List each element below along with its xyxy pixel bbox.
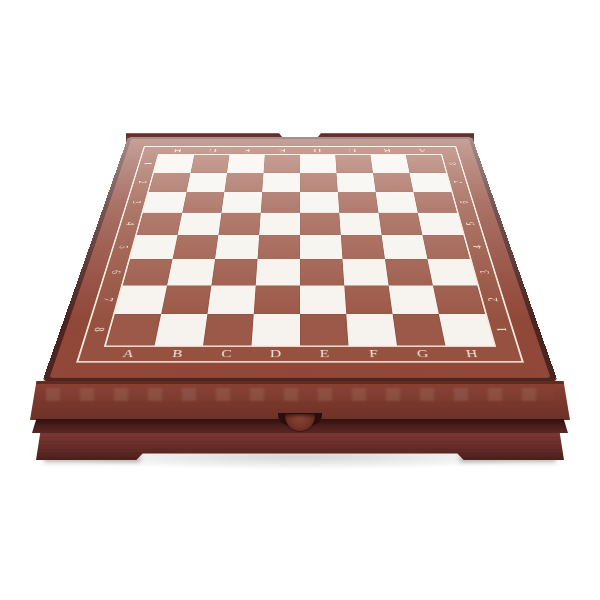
square-b5 [173,235,219,259]
chess-board-lid-top: HGFEDCBA ABCDEFGH 12345678 87654321 [42,137,558,382]
square-b6 [167,259,215,285]
square-a5 [130,235,178,259]
square-h7 [433,286,485,315]
square-e2 [300,173,338,192]
square-c7 [207,286,255,315]
square-f8 [346,314,397,345]
square-f7 [344,286,392,315]
square-h2 [409,173,451,192]
square-b8 [155,314,208,345]
square-e8 [300,314,348,345]
square-g4 [379,213,423,235]
coordinate-label: F [230,147,266,154]
square-c8 [203,314,254,345]
printed-board-sheet: HGFEDCBA ABCDEFGH 12345678 87654321 [76,146,524,363]
square-f2 [336,173,375,192]
square-c2 [224,173,263,192]
square-f6 [342,259,388,285]
coordinate-label: F [349,347,400,361]
square-h5 [422,235,470,259]
coordinate-label: D [300,147,335,154]
square-c3 [221,192,262,213]
square-h1 [406,155,446,173]
square-a3 [143,192,187,213]
square-g3 [376,192,418,213]
square-d7 [254,286,300,315]
square-g6 [385,259,433,285]
square-g7 [389,286,439,315]
square-g5 [382,235,428,259]
square-a1 [154,155,194,173]
coordinate-label: B [151,347,203,361]
square-c4 [218,213,260,235]
square-b7 [161,286,211,315]
square-e5 [300,235,342,259]
lid-wood-border: HGFEDCBA ABCDEFGH 12345678 87654321 [49,139,550,378]
square-b3 [182,192,224,213]
file-labels-near: ABCDEFGH [102,347,498,361]
square-h6 [427,259,477,285]
coordinate-label: C [335,147,371,154]
square-h8 [439,314,494,345]
square-e6 [300,259,344,285]
square-a6 [123,259,173,285]
coordinate-label: E [265,147,300,154]
square-f5 [341,235,385,259]
coordinate-label: H [446,347,499,361]
coordinate-label: B [369,147,405,154]
square-g8 [393,314,446,345]
square-a7 [115,286,167,315]
square-d1 [264,155,300,173]
square-a2 [149,173,191,192]
square-f1 [335,155,373,173]
coordinate-label: G [397,347,449,361]
coordinate-label: D [250,347,300,361]
square-d5 [258,235,300,259]
squares-frame [104,154,496,347]
coordinate-label: A [102,347,155,361]
square-h4 [418,213,463,235]
square-f4 [339,213,381,235]
square-b4 [178,213,222,235]
file-labels-far: HGFEDCBA [159,147,441,154]
square-d4 [259,213,300,235]
coordinate-label: H [159,147,196,154]
square-a8 [106,314,161,345]
square-c5 [215,235,259,259]
square-d3 [261,192,300,213]
squares-grid [106,155,494,346]
square-g2 [373,173,413,192]
square-a4 [137,213,182,235]
square-g1 [370,155,409,173]
coordinate-label: C [201,347,252,361]
coordinate-label: G [194,147,230,154]
square-e1 [300,155,336,173]
coordinate-label: E [300,347,350,361]
square-b2 [187,173,227,192]
square-d6 [256,259,300,285]
square-f3 [338,192,379,213]
product-photo-stage: HGFEDCBA ABCDEFGH 12345678 87654321 [0,0,600,600]
square-b1 [191,155,230,173]
square-h3 [413,192,457,213]
coordinate-label: A [404,147,441,154]
square-d8 [252,314,300,345]
square-e4 [300,213,341,235]
square-c6 [211,259,257,285]
square-d2 [262,173,300,192]
square-e7 [300,286,346,315]
square-e3 [300,192,339,213]
square-c1 [227,155,265,173]
